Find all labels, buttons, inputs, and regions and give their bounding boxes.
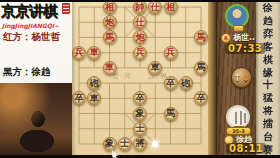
arrow-down-icon: ↓ (242, 73, 250, 83)
xiangqi-piece-black-士[interactable]: 士 (133, 122, 147, 136)
xiangqi-piece-red-相[interactable]: 相 (164, 0, 178, 14)
xiangqi-piece-black-將[interactable]: 將 (133, 137, 147, 151)
letterbox-bottom (0, 155, 280, 158)
xiangqi-piece-black-馬[interactable]: 馬 (164, 107, 178, 121)
arrow-up-icon: ↑ (233, 73, 241, 83)
board-wood-frame (208, 0, 217, 158)
avatar-crown-icon (233, 25, 244, 32)
xiangqi-piece-red-相[interactable]: 相 (103, 0, 117, 14)
logo-title: 京京讲棋 (1, 3, 65, 20)
logo-seal-stamp (62, 3, 70, 14)
banner-character: 棋 (263, 55, 273, 65)
banner-character: 十 (263, 81, 273, 91)
banner-character: 缘 (263, 68, 273, 78)
xiangqi-piece-black-馬[interactable]: 馬 (194, 61, 208, 75)
red-player-label: 红方：杨世哲 (3, 31, 71, 44)
black-player-clock: 08:11 (226, 143, 266, 154)
score-record-pill: 35-3 (226, 127, 251, 135)
xiangqi-piece-red-兵[interactable]: 兵 (72, 46, 86, 60)
banner-character: 趋 (263, 16, 273, 26)
xiangqi-piece-red-帥[interactable]: 帥 (133, 0, 147, 14)
logo-subtitle: JingJingJIANGQI~ (2, 22, 72, 29)
letterbox-top (0, 0, 280, 2)
xiangqi-piece-black-砲[interactable]: 砲 (179, 76, 193, 90)
xiangqi-piece-red-車[interactable]: 車 (87, 46, 101, 60)
tournament-banner: 徐趋弈客棋缘十猛将擂台赛 (256, 0, 280, 158)
xiangqi-piece-red-車[interactable]: 車 (103, 61, 117, 75)
stream-frame: 京京讲棋 JingJingJIANGQI~ 红方：杨世哲 黑方：徐趋 楚河 汉界… (0, 0, 280, 158)
xiangqi-piece-black-士[interactable]: 士 (118, 137, 132, 151)
red-player-name: 杨世.. (233, 32, 255, 43)
xiangqi-piece-black-象[interactable]: 象 (133, 107, 147, 121)
banner-character: 徐 (263, 3, 273, 13)
banner-character: 台 (263, 132, 273, 142)
black-player-label: 黑方：徐趋 (3, 66, 71, 79)
banner-character: 擂 (263, 119, 273, 129)
swap-sides-button[interactable]: ↑↓ (231, 67, 252, 88)
banner-character: 猛 (263, 93, 273, 103)
red-rank-badge-icon: R (221, 33, 231, 43)
xiangqi-piece-black-象[interactable]: 象 (103, 137, 117, 151)
banner-character: 将 (263, 106, 273, 116)
xiangqi-piece-red-兵[interactable]: 兵 (164, 46, 178, 60)
red-player-clock: 07:33 (225, 43, 265, 54)
xiangqi-piece-red-馬[interactable]: 馬 (103, 30, 117, 44)
xiangqi-piece-black-卒[interactable]: 卒 (164, 76, 178, 90)
banner-character: 弈 (263, 29, 273, 39)
xiangqi-piece-red-兵[interactable]: 兵 (133, 46, 147, 60)
xiangqi-piece-red-炮[interactable]: 炮 (103, 15, 117, 29)
red-player-name-row: R 杨世.. (221, 32, 255, 43)
commentator-video (0, 83, 72, 158)
